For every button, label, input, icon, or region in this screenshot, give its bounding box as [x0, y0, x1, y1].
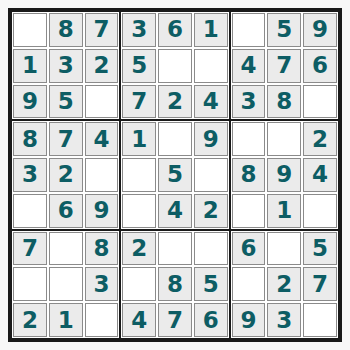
cell-r8c2[interactable]: [49, 267, 83, 301]
cell-r7c3[interactable]: 8: [85, 232, 119, 266]
cell-r9c1[interactable]: 2: [13, 303, 47, 337]
cell-r2c2[interactable]: 3: [49, 49, 83, 83]
cell-r3c8[interactable]: 8: [267, 85, 301, 119]
cell-r2c3[interactable]: 2: [85, 49, 119, 83]
cell-r7c2[interactable]: [49, 232, 83, 266]
cell-r4c4[interactable]: 1: [122, 122, 156, 156]
cell-r6c1[interactable]: [13, 194, 47, 228]
cell-r3c1[interactable]: 9: [13, 85, 47, 119]
cell-r1c3[interactable]: 7: [85, 13, 119, 47]
cell-r5c5[interactable]: 5: [158, 158, 192, 192]
cell-r9c2[interactable]: 1: [49, 303, 83, 337]
cell-r5c4[interactable]: [122, 158, 156, 192]
cell-r1c5[interactable]: 6: [158, 13, 192, 47]
box-6: 28941: [230, 120, 339, 229]
cell-r3c5[interactable]: 2: [158, 85, 192, 119]
cell-r9c5[interactable]: 7: [158, 303, 192, 337]
box-3: 5947638: [230, 11, 339, 120]
box-5: 19542: [120, 120, 229, 229]
cell-r8c5[interactable]: 8: [158, 267, 192, 301]
cell-r9c3[interactable]: [85, 303, 119, 337]
cell-r3c3[interactable]: [85, 85, 119, 119]
cell-r7c6[interactable]: [194, 232, 228, 266]
cell-r5c3[interactable]: [85, 158, 119, 192]
cell-r6c9[interactable]: [303, 194, 337, 228]
cell-r7c7[interactable]: 6: [232, 232, 266, 266]
cell-r9c4[interactable]: 4: [122, 303, 156, 337]
cell-r8c9[interactable]: 7: [303, 267, 337, 301]
cell-r2c6[interactable]: [194, 49, 228, 83]
cell-r4c8[interactable]: [267, 122, 301, 156]
cell-r7c4[interactable]: 2: [122, 232, 156, 266]
sudoku-board: 8713295361572459476388743269195422894178…: [8, 8, 342, 342]
cell-r9c9[interactable]: [303, 303, 337, 337]
cell-r5c7[interactable]: 8: [232, 158, 266, 192]
cell-r2c1[interactable]: 1: [13, 49, 47, 83]
cell-r9c6[interactable]: 6: [194, 303, 228, 337]
cell-r2c9[interactable]: 6: [303, 49, 337, 83]
cell-r8c1[interactable]: [13, 267, 47, 301]
cell-r1c2[interactable]: 8: [49, 13, 83, 47]
cell-r8c6[interactable]: 5: [194, 267, 228, 301]
cell-r2c7[interactable]: 4: [232, 49, 266, 83]
cell-r5c6[interactable]: [194, 158, 228, 192]
cell-r8c8[interactable]: 2: [267, 267, 301, 301]
cell-r6c8[interactable]: 1: [267, 194, 301, 228]
cell-r3c4[interactable]: 7: [122, 85, 156, 119]
cell-r1c1[interactable]: [13, 13, 47, 47]
cell-r1c9[interactable]: 9: [303, 13, 337, 47]
cell-r7c8[interactable]: [267, 232, 301, 266]
cell-r4c3[interactable]: 4: [85, 122, 119, 156]
cell-r2c4[interactable]: 5: [122, 49, 156, 83]
cell-r3c7[interactable]: 3: [232, 85, 266, 119]
cell-r7c5[interactable]: [158, 232, 192, 266]
cell-r4c2[interactable]: 7: [49, 122, 83, 156]
cell-r2c8[interactable]: 7: [267, 49, 301, 83]
cell-r8c7[interactable]: [232, 267, 266, 301]
box-2: 3615724: [120, 11, 229, 120]
cell-r6c6[interactable]: 2: [194, 194, 228, 228]
cell-r1c6[interactable]: 1: [194, 13, 228, 47]
cell-r5c9[interactable]: 4: [303, 158, 337, 192]
box-7: 78321: [11, 230, 120, 339]
cell-r9c8[interactable]: 3: [267, 303, 301, 337]
box-4: 8743269: [11, 120, 120, 229]
page: 8713295361572459476388743269195422894178…: [0, 0, 350, 350]
box-9: 652793: [230, 230, 339, 339]
cell-r7c9[interactable]: 5: [303, 232, 337, 266]
cell-r4c7[interactable]: [232, 122, 266, 156]
cell-r6c7[interactable]: [232, 194, 266, 228]
cell-r4c1[interactable]: 8: [13, 122, 47, 156]
cell-r1c7[interactable]: [232, 13, 266, 47]
cell-r8c4[interactable]: [122, 267, 156, 301]
cell-r5c1[interactable]: 3: [13, 158, 47, 192]
box-8: 285476: [120, 230, 229, 339]
cell-r3c6[interactable]: 4: [194, 85, 228, 119]
cell-r4c6[interactable]: 9: [194, 122, 228, 156]
cell-r7c1[interactable]: 7: [13, 232, 47, 266]
cell-r5c8[interactable]: 9: [267, 158, 301, 192]
cell-r9c7[interactable]: 9: [232, 303, 266, 337]
cell-r6c2[interactable]: 6: [49, 194, 83, 228]
cell-r6c5[interactable]: 4: [158, 194, 192, 228]
cell-r6c3[interactable]: 9: [85, 194, 119, 228]
cell-r4c5[interactable]: [158, 122, 192, 156]
cell-r2c5[interactable]: [158, 49, 192, 83]
cell-r8c3[interactable]: 3: [85, 267, 119, 301]
cell-r4c9[interactable]: 2: [303, 122, 337, 156]
cell-r5c2[interactable]: 2: [49, 158, 83, 192]
cell-r3c9[interactable]: [303, 85, 337, 119]
cell-r6c4[interactable]: [122, 194, 156, 228]
cell-r1c4[interactable]: 3: [122, 13, 156, 47]
cell-r3c2[interactable]: 5: [49, 85, 83, 119]
box-1: 8713295: [11, 11, 120, 120]
cell-r1c8[interactable]: 5: [267, 13, 301, 47]
